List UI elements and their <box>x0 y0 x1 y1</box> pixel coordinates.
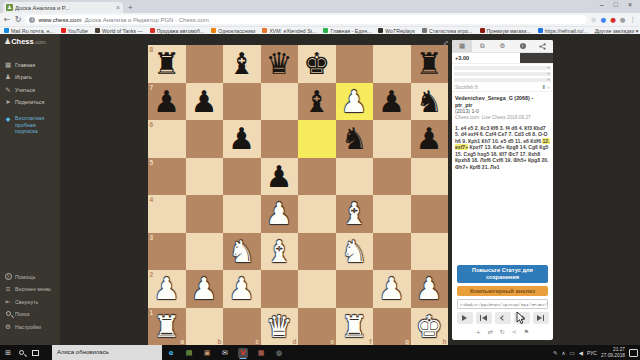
square-a3[interactable]: 3 <box>148 233 186 271</box>
gear-icon: ⚙ <box>4 323 12 331</box>
square-a8[interactable]: 8♜ <box>148 45 186 83</box>
piece-black-rook[interactable]: ♜ <box>148 45 186 83</box>
square-g1[interactable]: g <box>373 308 411 346</box>
bookmark-label: Главная - Един... <box>330 28 371 34</box>
panel-buttons: Повысьте Статус для сохранения Компьютер… <box>452 265 553 299</box>
square-h1[interactable]: h♚ <box>411 308 449 346</box>
piece-white-king[interactable]: ♚ <box>411 308 449 346</box>
sidebar-item-label: Настройки <box>15 324 41 330</box>
window-controls: –□× <box>594 0 638 9</box>
browser-menu-icon[interactable]: ⋮ <box>630 16 637 24</box>
share-arrow-icon: ➤ <box>4 98 12 106</box>
other-bookmarks-button[interactable]: Другие закладки ▾ <box>595 28 639 34</box>
menu-lines-icon: ≡ <box>4 285 12 293</box>
close-button[interactable]: × <box>628 1 632 8</box>
bookmark-favicon <box>4 28 9 33</box>
bookmark-favicon <box>378 28 383 33</box>
piece-black-pawn[interactable]: ♟ <box>186 83 224 121</box>
collapse-icon: ⇤ <box>4 298 12 306</box>
file-label: e <box>330 338 334 345</box>
chess-board: 8♜♝♛♚♜7♟♟♝♟♟♞6♟♞♟5♟4♟♝3♞♝♞2♟♟♟♟♟1a♜bcd♛e… <box>148 45 448 345</box>
bookmark-favicon <box>211 28 216 33</box>
taskbar-app-store[interactable]: ▣ <box>202 348 212 358</box>
profile-icon[interactable]: ● <box>620 16 626 24</box>
bookmark-label: Статистика игро... <box>429 28 473 34</box>
tab-share[interactable] <box>533 40 553 52</box>
bookmark-item[interactable]: Одноклассники <box>211 28 255 34</box>
piece-black-knight[interactable]: ♞ <box>411 83 449 121</box>
sidebar-bottom-menu: ?Помощь≡Верхнее меню⇤СвернутьПоиск⚙Настр… <box>4 268 56 335</box>
square-c1[interactable]: c <box>223 308 261 346</box>
sidebar-item-free-trial[interactable]: ◆ Бесплатная пробная подписка <box>4 115 56 135</box>
piece-white-pawn[interactable]: ♟ <box>148 270 186 308</box>
tab-analysis-board[interactable]: ▦ <box>452 40 472 52</box>
square-g3[interactable] <box>373 233 411 271</box>
sidebar-item-topmenu[interactable]: ≡Верхнее меню <box>4 285 56 293</box>
site-info-icon[interactable]: i <box>29 17 35 23</box>
evaluation-score: +3.00 <box>455 55 469 61</box>
sidebar-item-label: Играть <box>15 74 32 80</box>
new-tab-button[interactable]: + <box>128 3 133 12</box>
bookmark-item[interactable]: World of Tanks — <box>95 28 143 34</box>
analysis-panel: ▦⧉⚙i +3.00 Stockfish 8 Ⅱ ○ Vedenichev_Se… <box>452 40 553 340</box>
square-a7[interactable]: 7♟ <box>148 83 186 121</box>
piece-white-bishop[interactable]: ♝ <box>261 233 299 271</box>
square-g8[interactable] <box>373 45 411 83</box>
action-center-icon[interactable] <box>629 349 638 357</box>
game-header: Vedenichev_Serega_G (2068) - ptr_ptr (20… <box>452 91 553 122</box>
diamond-icon: ◆ <box>4 115 12 135</box>
tab-strip: ♟ Доска Анализа и Р... × + –□× <box>0 0 640 13</box>
sidebar: ♟ Chess .com ▦Главная♟Играть✎Учиться➤Под… <box>0 34 60 345</box>
bookmark-label: https://refmail.ru/... <box>545 28 588 34</box>
windows-taskbar: ⊞ Алиса обновилась e▤▣✉V▦◍ ✎∧▭◀ РУС 21:2… <box>0 345 640 360</box>
current-move[interactable]: 12. exf7+ <box>455 138 550 151</box>
file-label: b <box>218 338 222 345</box>
bookmark-label: YouTube <box>68 28 88 34</box>
flag-icon[interactable]: ⚑ <box>524 328 529 335</box>
address-bar[interactable]: i www.chess.com Доска Анализа и Редактор… <box>25 15 586 24</box>
square-c4[interactable] <box>223 195 261 233</box>
square-e1[interactable]: e <box>298 308 336 346</box>
piece-white-rook[interactable]: ♜ <box>148 308 186 346</box>
panel-tool-icons: +⇄↻<⚑ <box>452 328 553 340</box>
square-d8[interactable]: ♛ <box>261 45 299 83</box>
network-icon[interactable]: ▭ <box>570 350 575 356</box>
event-line: Chess.com: Live Chess 2018.09.27 <box>455 115 550 121</box>
page-title-text: Доска Анализа и Редактор PGN - Chess.com <box>84 17 208 23</box>
square-b6[interactable] <box>186 120 224 158</box>
extension-blue-icon[interactable]: ● <box>600 16 606 24</box>
square-d7[interactable] <box>261 83 299 121</box>
play-pawn-icon: ♟ <box>4 73 12 81</box>
bookmark-label: Премиум магази... <box>487 28 531 34</box>
play-button[interactable] <box>457 312 473 324</box>
start-button[interactable]: ⊞ <box>5 349 11 357</box>
bookmark-favicon <box>538 28 543 33</box>
square-c5[interactable] <box>223 158 261 196</box>
sidebar-item-label: Главная <box>15 62 35 68</box>
toolbar-icons: ☆●●●⋮ <box>591 16 636 24</box>
square-d2[interactable] <box>261 270 299 308</box>
piece-black-pawn[interactable]: ♟ <box>148 83 186 121</box>
square-f8[interactable] <box>336 45 374 83</box>
square-c8[interactable]: ♝ <box>223 45 261 83</box>
taskbar-app-photos[interactable]: ▦ <box>256 348 266 358</box>
taskbar-app-steam[interactable]: ◍ <box>274 348 284 358</box>
share-small-icon[interactable]: < <box>512 328 517 335</box>
sidebar-item-share[interactable]: ➤Поделиться <box>4 98 56 106</box>
maximize-button[interactable]: □ <box>614 1 618 8</box>
square-f3[interactable]: ♞ <box>336 233 374 271</box>
taskbar-app-browser[interactable]: V <box>238 348 248 358</box>
bookmarks-bar: Mail.Ru почта, н...YouTubeWorld of Tanks… <box>0 26 640 34</box>
square-b5[interactable] <box>186 158 224 196</box>
square-a4[interactable]: 4 <box>148 195 186 233</box>
square-e3[interactable] <box>298 233 336 271</box>
square-c3[interactable]: ♞ <box>223 233 261 271</box>
pen-icon[interactable]: ✎ <box>553 350 558 356</box>
fen-input[interactable]: r1bqk2r/pp2bPpn/2p2n1p/3p4/3P1B2/2NB1N2/… <box>457 299 548 309</box>
engine-status: Stockfish 8 Ⅱ ○ <box>452 82 553 91</box>
square-h3[interactable] <box>411 233 449 271</box>
tray-expand-icon[interactable]: ∧ <box>562 350 566 356</box>
piece-white-bishop[interactable]: ♝ <box>336 195 374 233</box>
bookmark-item[interactable]: https://refmail.ru/... <box>538 28 588 34</box>
square-g4[interactable] <box>373 195 411 233</box>
square-e2[interactable] <box>298 270 336 308</box>
system-tray: ✎∧▭◀ РУС 21:27 27.09.2018 <box>553 345 638 360</box>
engine-name: Stockfish 8 <box>455 85 477 90</box>
rank-label: 5 <box>150 159 154 166</box>
taskbar-app-edge[interactable]: e <box>166 348 176 358</box>
sidebar-item-label: Свернуть <box>15 299 38 305</box>
piece-white-pawn[interactable]: ♟ <box>411 270 449 308</box>
bookmark-item[interactable]: Премиум магази... <box>480 28 531 34</box>
square-e6[interactable] <box>298 120 336 158</box>
help-icon: ? <box>4 273 12 281</box>
square-e8[interactable]: ♚ <box>298 45 336 83</box>
bookmark-label: World of Tanks — <box>102 28 143 34</box>
square-h5[interactable] <box>411 158 449 196</box>
sidebar-main-menu: ▦Главная♟Играть✎Учиться➤Поделиться <box>4 56 56 111</box>
square-f6[interactable]: ♞ <box>336 120 374 158</box>
square-b8[interactable] <box>186 45 224 83</box>
square-e4[interactable] <box>298 195 336 233</box>
square-f4[interactable]: ♝ <box>336 195 374 233</box>
square-f1[interactable]: f♜ <box>336 308 374 346</box>
prev-move-button[interactable] <box>495 312 511 324</box>
evaluation-bar-black <box>520 53 553 63</box>
upgrade-status-button[interactable]: Повысьте Статус для сохранения <box>457 265 548 283</box>
square-f5[interactable] <box>336 158 374 196</box>
piece-black-rook[interactable]: ♜ <box>411 45 449 83</box>
square-f2[interactable] <box>336 270 374 308</box>
square-c7[interactable] <box>223 83 261 121</box>
file-label: g <box>405 338 409 345</box>
square-h6[interactable]: ♟ <box>411 120 449 158</box>
piece-white-knight[interactable]: ♞ <box>223 233 261 271</box>
square-d3[interactable]: ♝ <box>261 233 299 271</box>
square-f7[interactable]: ♟ <box>336 83 374 121</box>
bookmark-star-icon[interactable]: ☆ <box>591 16 597 24</box>
sidebar-item-home[interactable]: ▦Главная <box>4 61 56 69</box>
bookmark-label: Продажа автомоб... <box>157 28 205 34</box>
tab-report[interactable]: ⧉ <box>472 40 492 52</box>
square-b7[interactable]: ♟ <box>186 83 224 121</box>
engine-line-row[interactable] <box>454 66 551 70</box>
engine-pause-icon[interactable]: Ⅱ <box>543 84 545 90</box>
square-e5[interactable] <box>298 158 336 196</box>
square-b4[interactable] <box>186 195 224 233</box>
bookmark-label: Одноклассники <box>218 28 255 34</box>
sidebar-item-learn[interactable]: ✎Учиться <box>4 86 56 94</box>
browser-tab[interactable]: ♟ Доска Анализа и Р... × <box>3 2 123 13</box>
bookmark-item[interactable]: YouTube <box>61 28 88 34</box>
bookmark-item[interactable]: Статистика игро... <box>422 28 473 34</box>
square-a2[interactable]: 2♟ <box>148 270 186 308</box>
piece-white-pawn[interactable]: ♟ <box>373 270 411 308</box>
square-e7[interactable]: ♝ <box>298 83 336 121</box>
square-g6[interactable] <box>373 120 411 158</box>
last-move-button[interactable] <box>533 312 549 324</box>
tab-settings[interactable]: ⚙ <box>492 40 512 52</box>
square-d6[interactable] <box>261 120 299 158</box>
playback-controls <box>452 312 553 324</box>
square-a6[interactable]: 6 <box>148 120 186 158</box>
engine-line-row[interactable] <box>454 78 551 82</box>
browser-toolbar: ← ↻ i www.chess.com Доска Анализа и Реда… <box>0 13 640 26</box>
square-d5[interactable]: ♟ <box>261 158 299 196</box>
clock-date: 27.09.2018 <box>601 353 625 359</box>
piece-white-pawn[interactable]: ♟ <box>223 270 261 308</box>
taskbar-search-icon[interactable] <box>19 350 24 355</box>
chesscom-favicon: ♟ <box>6 4 13 11</box>
piece-black-pawn[interactable]: ♟ <box>261 158 299 196</box>
rank-label: 3 <box>150 234 154 241</box>
square-g5[interactable] <box>373 158 411 196</box>
engine-toggle-icon[interactable]: ○ <box>547 84 550 90</box>
flip-board-icon[interactable]: ⇄ <box>488 328 493 335</box>
sidebar-item-label: Поделиться <box>15 99 44 105</box>
piece-white-pawn[interactable]: ♟ <box>336 83 374 121</box>
piece-white-pawn[interactable]: ♟ <box>186 270 224 308</box>
taskbar-apps: e▤▣✉V▦◍ <box>166 345 284 360</box>
square-c2[interactable]: ♟ <box>223 270 261 308</box>
browser-chrome: ♟ Доска Анализа и Р... × + –□× ← ↻ i www… <box>0 0 640 34</box>
rank-label: 4 <box>150 196 154 203</box>
sidebar-item-collapse[interactable]: ⇤Свернуть <box>4 298 56 306</box>
square-d4[interactable]: ♟ <box>261 195 299 233</box>
piece-black-bishop[interactable]: ♝ <box>223 45 261 83</box>
search-icon <box>4 310 12 318</box>
square-b1[interactable]: b <box>186 308 224 346</box>
sidebar-item-settings[interactable]: ⚙Настройки <box>4 323 56 331</box>
tab-title: Доска Анализа и Р... <box>15 5 114 11</box>
piece-white-knight[interactable]: ♞ <box>336 233 374 271</box>
square-a5[interactable]: 5 <box>148 158 186 196</box>
bookmark-label: Mail.Ru почта, н... <box>11 28 54 34</box>
logo-pawn-icon: ♟ <box>4 37 11 46</box>
piece-black-queen[interactable]: ♛ <box>261 45 299 83</box>
sidebar-item-help[interactable]: ?Помощь <box>4 273 56 281</box>
computer-analysis-button[interactable]: Компьютерный анализ <box>457 286 548 296</box>
players-line: Vedenichev_Serega_G (2068) - ptr_ptr <box>455 95 550 108</box>
piece-white-queen[interactable]: ♛ <box>261 308 299 346</box>
task-view-icon[interactable] <box>32 350 39 356</box>
bookmark-favicon <box>480 28 485 33</box>
piece-black-pawn[interactable]: ♟ <box>223 120 261 158</box>
bookmark-item[interactable]: Главная - Един... <box>323 28 371 34</box>
alice-notification[interactable]: Алиса обновилась <box>52 345 162 360</box>
learn-pencil-icon: ✎ <box>4 86 12 94</box>
bookmark-favicon <box>61 28 66 33</box>
evaluation-bar: +3.00 <box>452 53 553 64</box>
add-icon[interactable]: + <box>476 328 481 335</box>
bookmark-label: XVM: eXtended St... <box>269 28 316 34</box>
chesscom-logo[interactable]: ♟ Chess .com <box>4 37 56 46</box>
rank-label: 6 <box>150 121 154 128</box>
sidebar-item-label: Верхнее меню <box>15 286 51 292</box>
reset-icon[interactable]: ↻ <box>500 328 505 335</box>
taskbar-clock[interactable]: 21:27 27.09.2018 <box>601 347 625 358</box>
square-d1[interactable]: d♛ <box>261 308 299 346</box>
square-h7[interactable]: ♞ <box>411 83 449 121</box>
bookmark-label: WoTReplays <box>385 28 415 34</box>
piece-black-bishop[interactable]: ♝ <box>298 83 336 121</box>
url-text: www.chess.com <box>38 17 81 23</box>
minimize-button[interactable]: – <box>600 1 604 8</box>
bookmark-item[interactable]: WoTReplays <box>378 28 415 34</box>
bookmark-favicon <box>323 28 328 33</box>
volume-icon[interactable]: ◀ <box>579 350 583 356</box>
bookmark-item[interactable]: XVM: eXtended St... <box>262 28 316 34</box>
square-a1[interactable]: 1a♜ <box>148 308 186 346</box>
file-label: c <box>255 338 259 345</box>
tab-close-icon[interactable]: × <box>116 4 120 11</box>
square-g7[interactable]: ♟ <box>373 83 411 121</box>
mouse-cursor <box>516 311 527 325</box>
square-g2[interactable]: ♟ <box>373 270 411 308</box>
bookmark-favicon <box>150 28 155 33</box>
bookmark-favicon <box>262 28 267 33</box>
sidebar-item-search[interactable]: Поиск <box>4 310 56 318</box>
square-h2[interactable]: ♟ <box>411 270 449 308</box>
square-b3[interactable] <box>186 233 224 271</box>
sidebar-item-label: Поиск <box>15 311 30 317</box>
square-c6[interactable]: ♟ <box>223 120 261 158</box>
sidebar-item-label: Учиться <box>15 87 35 93</box>
sidebar-item-play[interactable]: ♟Играть <box>4 73 56 81</box>
first-move-button[interactable] <box>476 312 492 324</box>
tab-info[interactable]: i <box>513 40 533 52</box>
square-b2[interactable]: ♟ <box>186 270 224 308</box>
move-list[interactable]: 1. e4 e5 2. Кc3 Кf6 3. f4 d6 4. Кf3 Кbd7… <box>452 122 553 174</box>
square-h8[interactable]: ♜ <box>411 45 449 83</box>
page-content: ♟ Chess .com ▦Главная♟Играть✎Учиться➤Под… <box>0 34 640 345</box>
bookmark-item[interactable]: Mail.Ru почта, н... <box>4 28 54 34</box>
bookmark-item[interactable]: Продажа автомоб... <box>150 28 205 34</box>
piece-white-rook[interactable]: ♜ <box>336 308 374 346</box>
piece-white-pawn[interactable]: ♟ <box>261 195 299 233</box>
piece-black-knight[interactable]: ♞ <box>336 120 374 158</box>
taskbar-app-mail[interactable]: ✉ <box>220 348 230 358</box>
bookmark-favicon <box>95 28 100 33</box>
taskbar-app-folder[interactable]: ▤ <box>184 348 194 358</box>
piece-black-pawn[interactable]: ♟ <box>373 83 411 121</box>
panel-tabs: ▦⧉⚙i <box>452 40 553 53</box>
extension-red-icon[interactable]: ● <box>610 16 616 24</box>
home-grid-icon: ▦ <box>4 61 12 69</box>
sidebar-item-label: Помощь <box>15 274 35 280</box>
piece-black-king[interactable]: ♚ <box>298 45 336 83</box>
back-icon[interactable]: ← <box>4 15 11 24</box>
engine-line-row[interactable] <box>454 72 551 76</box>
bookmark-favicon <box>422 28 427 33</box>
reload-icon[interactable]: ↻ <box>15 15 22 24</box>
square-h4[interactable] <box>411 195 449 233</box>
piece-black-pawn[interactable]: ♟ <box>411 120 449 158</box>
language-indicator[interactable]: РУС <box>587 350 597 356</box>
